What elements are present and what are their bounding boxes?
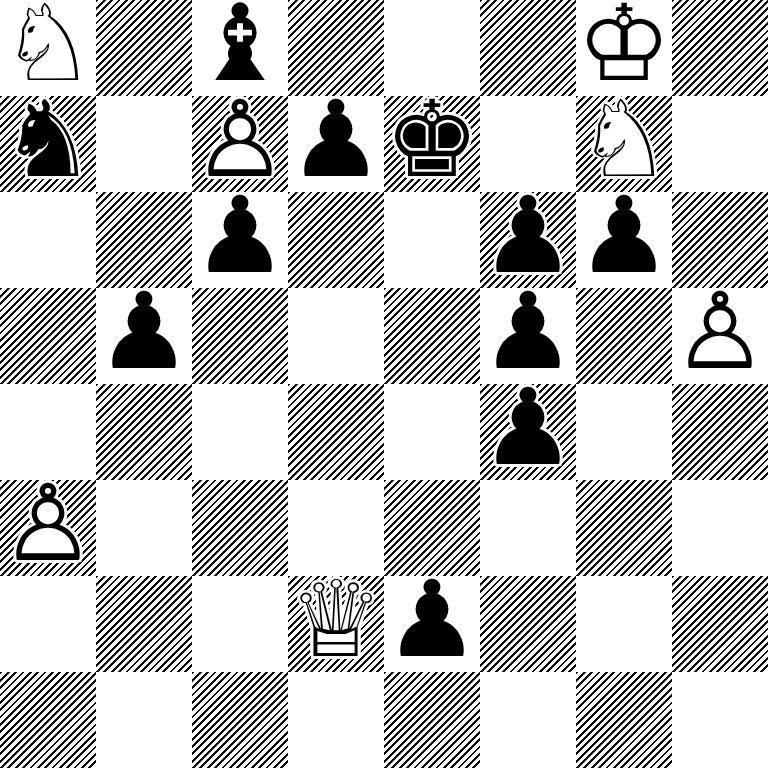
black-pawn-glyph: ♟ — [576, 188, 672, 284]
square-c1[interactable] — [192, 672, 288, 768]
square-b3[interactable] — [96, 480, 192, 576]
square-d5[interactable] — [288, 288, 384, 384]
square-e4[interactable] — [384, 384, 480, 480]
square-a6[interactable] — [0, 192, 96, 288]
piece-black-pawn[interactable]: ♟ — [96, 288, 192, 384]
square-d7[interactable]: ♟ — [288, 96, 384, 192]
square-e1[interactable] — [384, 672, 480, 768]
square-g3[interactable] — [576, 480, 672, 576]
square-h1[interactable] — [672, 672, 768, 768]
square-e5[interactable] — [384, 288, 480, 384]
square-c6[interactable]: ♟ — [192, 192, 288, 288]
black-knight-glyph: ♞ — [0, 92, 96, 188]
piece-black-pawn[interactable]: ♟ — [192, 192, 288, 288]
piece-white-pawn[interactable]: ♟♙ — [0, 480, 96, 576]
square-d4[interactable] — [288, 384, 384, 480]
square-a1[interactable] — [0, 672, 96, 768]
piece-black-pawn[interactable]: ♟ — [480, 384, 576, 480]
black-pawn-glyph: ♟ — [480, 380, 576, 476]
square-c3[interactable] — [192, 480, 288, 576]
square-f2[interactable] — [480, 576, 576, 672]
black-pawn-glyph: ♟ — [288, 92, 384, 188]
square-h5[interactable]: ♟♙ — [672, 288, 768, 384]
white-pawn-outline: ♙ — [672, 284, 768, 380]
square-f4[interactable]: ♟ — [480, 384, 576, 480]
square-b4[interactable] — [96, 384, 192, 480]
square-d2[interactable]: ♛♕ — [288, 576, 384, 672]
square-h3[interactable] — [672, 480, 768, 576]
piece-black-knight[interactable]: ♞ — [0, 96, 96, 192]
square-c5[interactable] — [192, 288, 288, 384]
chess-board: ♞♘♝♚♔♞♟♙♟♚♞♘♟♟♟♟♟♟♙♟♟♙♛♕♟ — [0, 0, 768, 768]
black-pawn-glyph: ♟ — [384, 572, 480, 668]
square-h2[interactable] — [672, 576, 768, 672]
square-a3[interactable]: ♟♙ — [0, 480, 96, 576]
square-b8[interactable] — [96, 0, 192, 96]
white-pawn-outline: ♙ — [0, 476, 96, 572]
square-g6[interactable]: ♟ — [576, 192, 672, 288]
square-g2[interactable] — [576, 576, 672, 672]
square-e7[interactable]: ♚ — [384, 96, 480, 192]
black-pawn-glyph: ♟ — [96, 284, 192, 380]
square-d1[interactable] — [288, 672, 384, 768]
square-b2[interactable] — [96, 576, 192, 672]
square-h8[interactable] — [672, 0, 768, 96]
square-c4[interactable] — [192, 384, 288, 480]
piece-white-pawn[interactable]: ♟♙ — [672, 288, 768, 384]
black-king-glyph: ♚ — [384, 92, 480, 188]
square-g5[interactable] — [576, 288, 672, 384]
square-h4[interactable] — [672, 384, 768, 480]
piece-black-pawn[interactable]: ♟ — [384, 576, 480, 672]
square-g4[interactable] — [576, 384, 672, 480]
square-b7[interactable] — [96, 96, 192, 192]
square-f1[interactable] — [480, 672, 576, 768]
square-b5[interactable]: ♟ — [96, 288, 192, 384]
piece-white-queen[interactable]: ♛♕ — [288, 576, 384, 672]
square-b1[interactable] — [96, 672, 192, 768]
white-queen-outline: ♕ — [288, 572, 384, 668]
square-g1[interactable] — [576, 672, 672, 768]
square-a5[interactable] — [0, 288, 96, 384]
square-h7[interactable] — [672, 96, 768, 192]
square-d6[interactable] — [288, 192, 384, 288]
piece-black-pawn[interactable]: ♟ — [576, 192, 672, 288]
piece-black-pawn[interactable]: ♟ — [288, 96, 384, 192]
square-e2[interactable]: ♟ — [384, 576, 480, 672]
square-c2[interactable] — [192, 576, 288, 672]
square-a7[interactable]: ♞ — [0, 96, 96, 192]
board-wrap: ♞♘♝♚♔♞♟♙♟♚♞♘♟♟♟♟♟♟♙♟♟♙♛♕♟ — [0, 0, 768, 768]
square-e6[interactable] — [384, 192, 480, 288]
square-a2[interactable] — [0, 576, 96, 672]
piece-black-king[interactable]: ♚ — [384, 96, 480, 192]
square-f8[interactable] — [480, 0, 576, 96]
square-f3[interactable] — [480, 480, 576, 576]
black-pawn-glyph: ♟ — [192, 188, 288, 284]
